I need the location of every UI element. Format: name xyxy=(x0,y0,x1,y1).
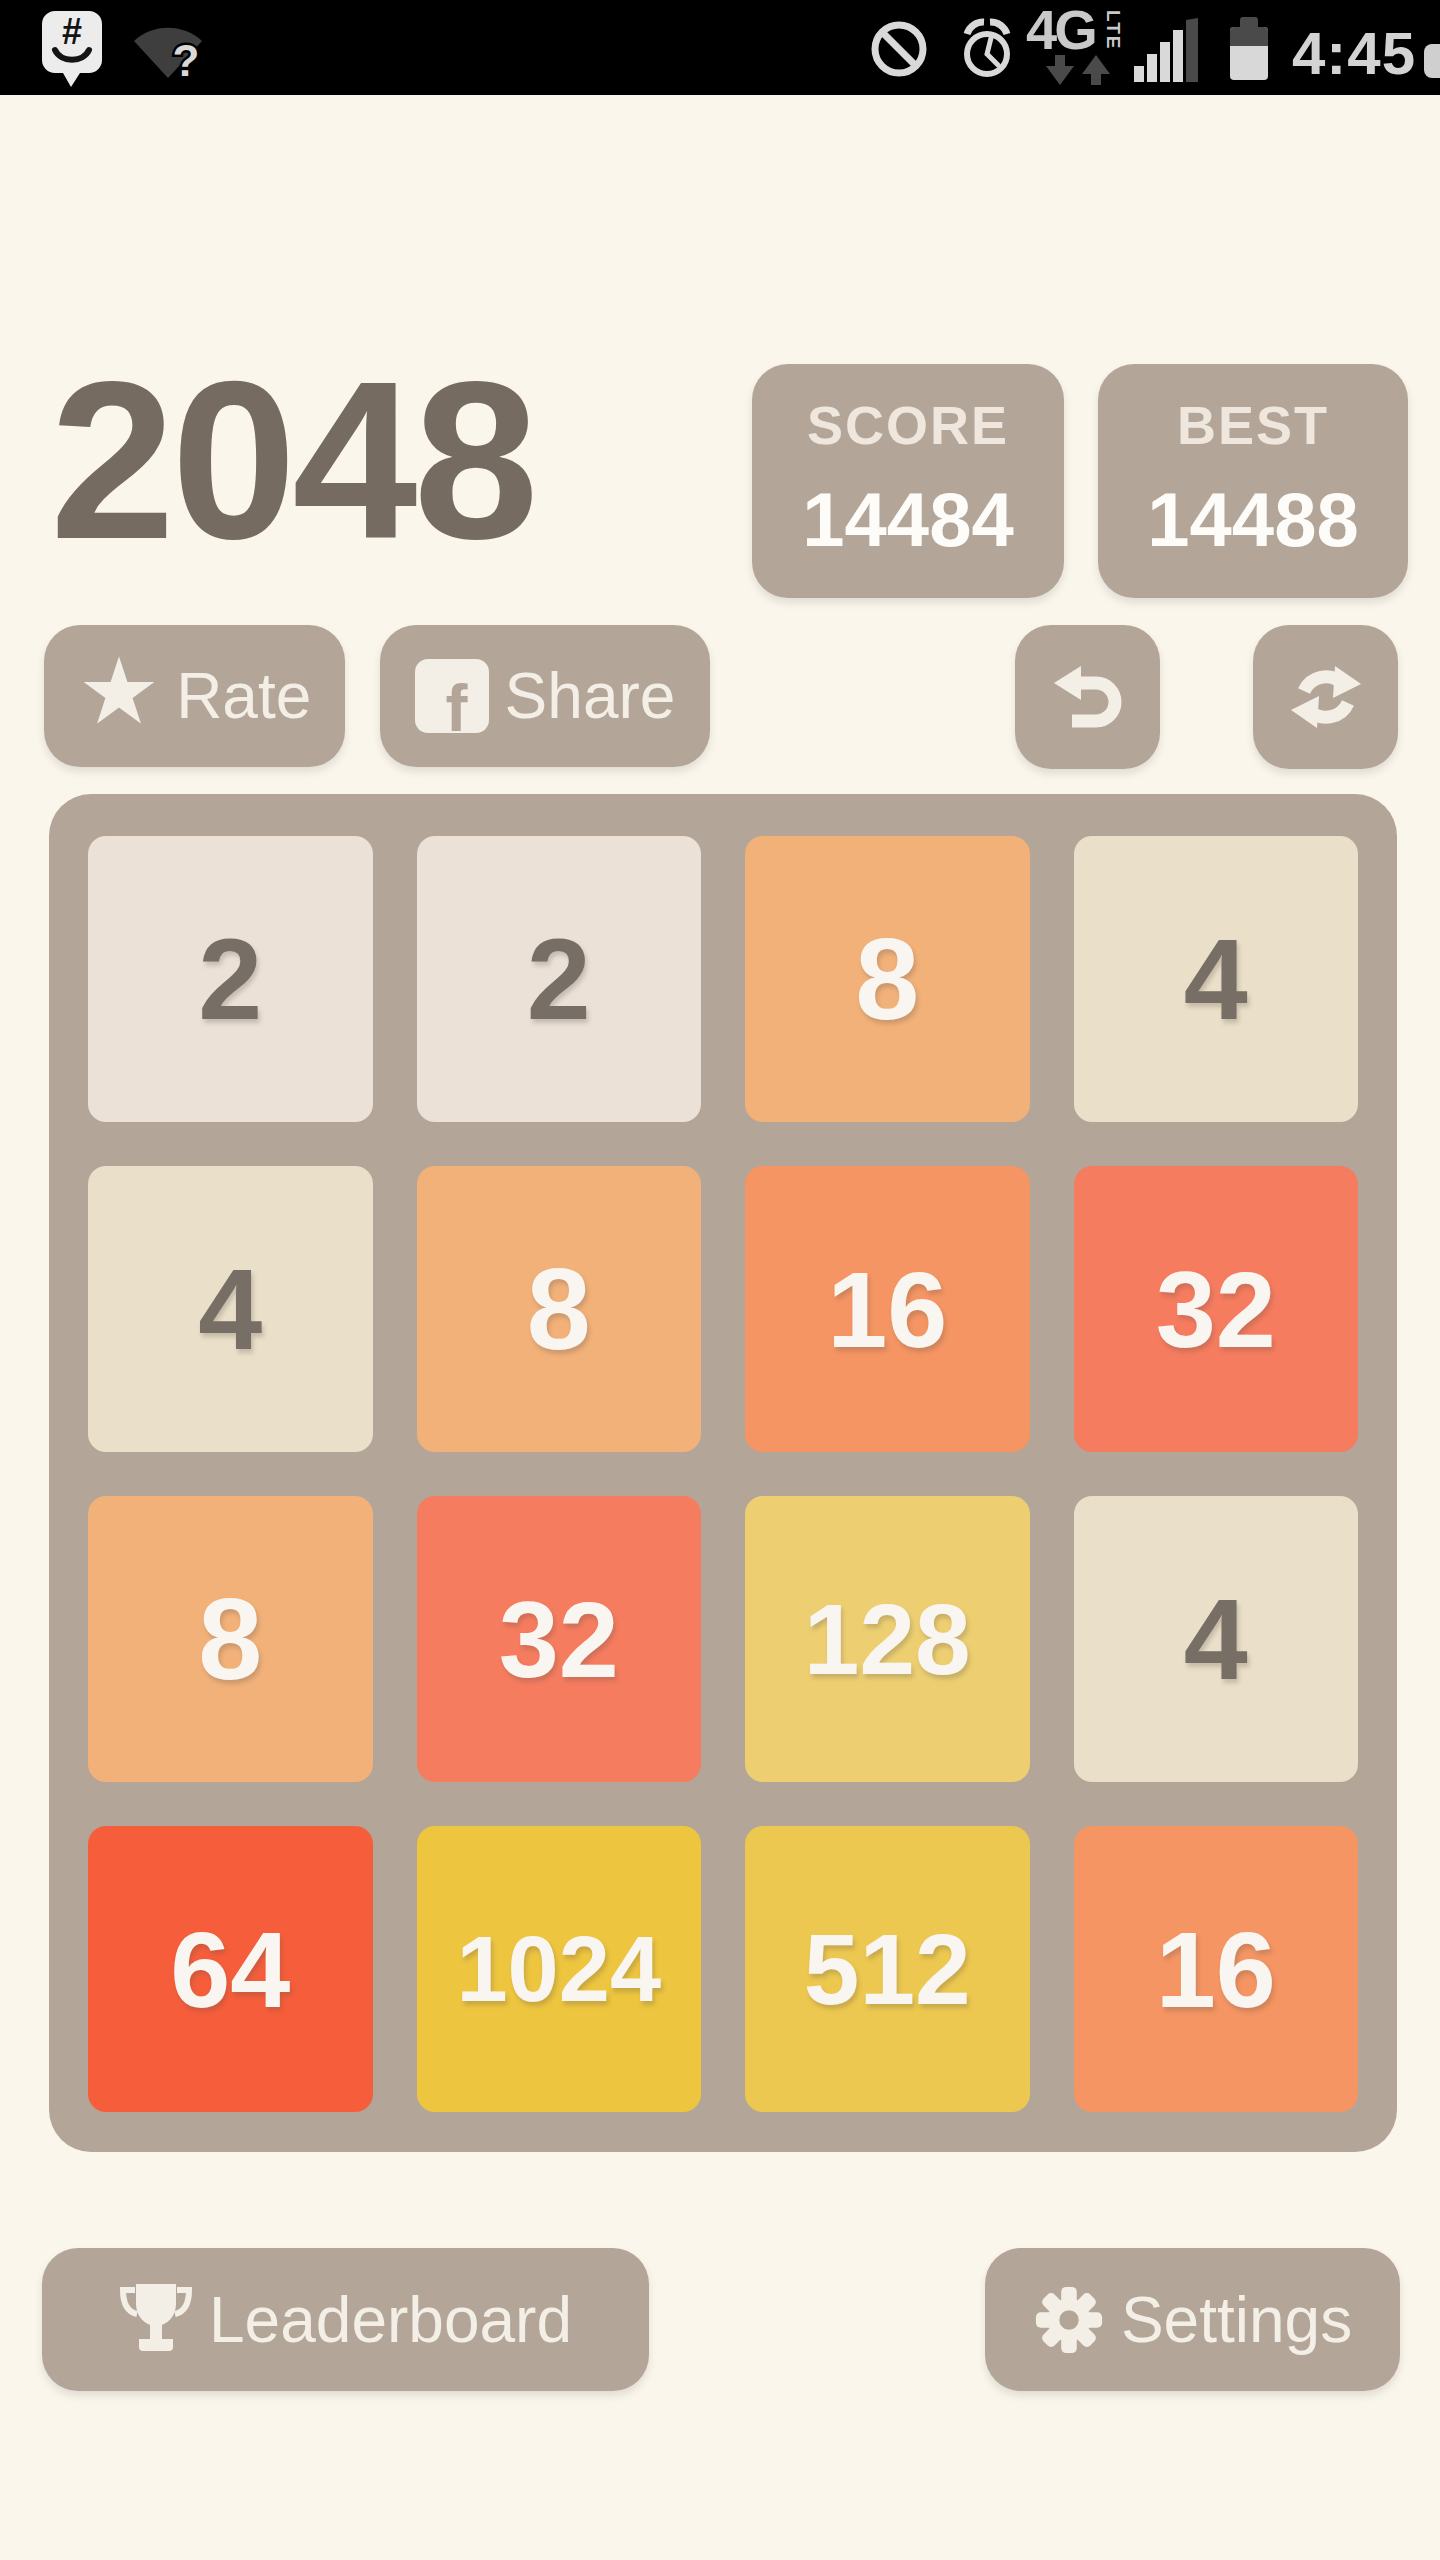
leaderboard-button-label: Leaderboard xyxy=(209,2288,572,2352)
screen: # ? 4G LTE xyxy=(0,0,1440,2560)
edge-cutoff-icon xyxy=(1424,44,1440,78)
status-bar: # ? 4G LTE xyxy=(0,0,1440,95)
tile-r2c3: 16 xyxy=(745,1166,1030,1452)
score-value: 14484 xyxy=(802,482,1013,558)
tile-r1c3: 8 xyxy=(745,836,1030,1122)
settings-button-label: Settings xyxy=(1121,2288,1352,2352)
rate-button[interactable]: ★ Rate xyxy=(44,625,345,767)
tile-r3c1: 8 xyxy=(88,1496,373,1782)
tile-r2c4: 32 xyxy=(1074,1166,1359,1452)
do-not-disturb-icon xyxy=(870,20,928,78)
leaderboard-button[interactable]: Leaderboard xyxy=(42,2248,649,2391)
share-button[interactable]: f Share xyxy=(380,625,710,767)
best-box: BEST 14488 xyxy=(1098,364,1408,598)
tile-r4c2: 1024 xyxy=(417,1826,702,2112)
tile-r4c3: 512 xyxy=(745,1826,1030,2112)
tile-r1c1: 2 xyxy=(88,836,373,1122)
tile-r3c3: 128 xyxy=(745,1496,1030,1782)
star-icon: ★ xyxy=(78,646,160,738)
tile-r3c4: 4 xyxy=(1074,1496,1359,1782)
best-value: 14488 xyxy=(1147,482,1358,558)
trophy-icon xyxy=(119,2280,193,2360)
settings-button[interactable]: Settings xyxy=(985,2248,1400,2391)
refresh-icon xyxy=(1287,658,1365,736)
undo-icon xyxy=(1049,658,1127,736)
network-4g-label: 4G xyxy=(1026,2,1095,58)
tile-r4c1: 64 xyxy=(88,1826,373,2112)
facebook-icon: f xyxy=(415,659,489,733)
wifi-question-icon: ? xyxy=(130,24,206,82)
groupme-chat-icon: # xyxy=(42,11,102,87)
tile-r2c2: 8 xyxy=(417,1166,702,1452)
board-grid: 2284481632832128464102451216 xyxy=(49,794,1397,2152)
data-activity-arrows-icon xyxy=(1046,55,1110,85)
tile-r2c1: 4 xyxy=(88,1166,373,1452)
rate-button-label: Rate xyxy=(176,664,311,728)
undo-button[interactable] xyxy=(1015,625,1160,769)
tile-r1c4: 4 xyxy=(1074,836,1359,1122)
network-lte-label: LTE xyxy=(1102,10,1124,50)
page-title: 2048 xyxy=(50,348,535,573)
alarm-icon xyxy=(957,16,1017,80)
restart-button[interactable] xyxy=(1253,625,1398,769)
hash-glyph: # xyxy=(62,11,82,52)
score-label: SCORE xyxy=(807,398,1009,452)
status-time: 4:45 xyxy=(1292,24,1416,84)
game-board[interactable]: 2284481632832128464102451216 xyxy=(49,794,1397,2152)
signal-bars-icon xyxy=(1134,18,1198,82)
tile-r1c2: 2 xyxy=(417,836,702,1122)
wifi-question-glyph: ? xyxy=(173,36,200,82)
tile-r4c4: 16 xyxy=(1074,1826,1359,2112)
gear-icon xyxy=(1033,2284,1105,2356)
best-label: BEST xyxy=(1177,398,1329,452)
share-button-label: Share xyxy=(505,664,676,728)
score-box: SCORE 14484 xyxy=(752,364,1064,598)
tile-r3c2: 32 xyxy=(417,1496,702,1782)
